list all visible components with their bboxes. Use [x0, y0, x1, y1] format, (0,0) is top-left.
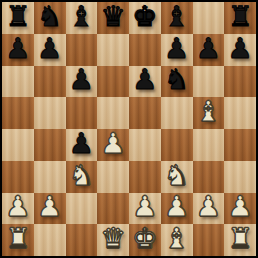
square-a4[interactable] [2, 129, 34, 161]
black-knight-icon[interactable]: ♞ [37, 3, 62, 31]
square-h2[interactable]: ♟ [224, 193, 256, 225]
square-c5[interactable] [66, 97, 98, 129]
square-e7[interactable] [129, 34, 161, 66]
square-f6[interactable]: ♞ [161, 66, 193, 98]
square-g1[interactable] [193, 224, 225, 256]
square-e5[interactable] [129, 97, 161, 129]
square-f7[interactable]: ♟ [161, 34, 193, 66]
black-bishop-icon[interactable]: ♝ [69, 3, 94, 31]
black-king-icon[interactable]: ♚ [132, 3, 157, 31]
black-pawn-icon[interactable]: ♟ [228, 35, 253, 63]
square-d6[interactable] [97, 66, 129, 98]
black-pawn-icon[interactable]: ♟ [5, 35, 30, 63]
square-a2[interactable]: ♟ [2, 193, 34, 225]
black-pawn-icon[interactable]: ♟ [69, 66, 94, 94]
white-king-icon[interactable]: ♚ [132, 225, 157, 253]
white-pawn-icon[interactable]: ♟ [132, 193, 157, 221]
black-pawn-icon[interactable]: ♟ [164, 35, 189, 63]
square-b5[interactable] [34, 97, 66, 129]
white-pawn-icon[interactable]: ♟ [101, 130, 126, 158]
white-bishop-icon[interactable]: ♝ [164, 225, 189, 253]
square-g2[interactable]: ♟ [193, 193, 225, 225]
white-rook-icon[interactable]: ♜ [228, 225, 253, 253]
square-g8[interactable] [193, 2, 225, 34]
square-a8[interactable]: ♜ [2, 2, 34, 34]
square-c8[interactable]: ♝ [66, 2, 98, 34]
square-h5[interactable] [224, 97, 256, 129]
square-h4[interactable] [224, 129, 256, 161]
square-d2[interactable] [97, 193, 129, 225]
square-b3[interactable] [34, 161, 66, 193]
square-c7[interactable] [66, 34, 98, 66]
square-h1[interactable]: ♜ [224, 224, 256, 256]
square-g4[interactable] [193, 129, 225, 161]
square-f3[interactable]: ♞ [161, 161, 193, 193]
square-f8[interactable]: ♝ [161, 2, 193, 34]
square-h8[interactable]: ♜ [224, 2, 256, 34]
square-a1[interactable]: ♜ [2, 224, 34, 256]
white-bishop-icon[interactable]: ♝ [196, 98, 221, 126]
square-c6[interactable]: ♟ [66, 66, 98, 98]
black-pawn-icon[interactable]: ♟ [196, 35, 221, 63]
square-b7[interactable]: ♟ [34, 34, 66, 66]
square-h7[interactable]: ♟ [224, 34, 256, 66]
black-rook-icon[interactable]: ♜ [5, 3, 30, 31]
square-g6[interactable] [193, 66, 225, 98]
square-a3[interactable] [2, 161, 34, 193]
square-e1[interactable]: ♚ [129, 224, 161, 256]
square-e4[interactable] [129, 129, 161, 161]
square-a7[interactable]: ♟ [2, 34, 34, 66]
white-pawn-icon[interactable]: ♟ [164, 193, 189, 221]
white-queen-icon[interactable]: ♛ [101, 225, 126, 253]
chess-board: ♜♞♝♛♚♝♜♟♟♟♟♟♟♟♞♝♟♟♞♞♟♟♟♟♟♟♜♛♚♝♜ [2, 2, 256, 256]
square-d8[interactable]: ♛ [97, 2, 129, 34]
square-c1[interactable] [66, 224, 98, 256]
square-h6[interactable] [224, 66, 256, 98]
white-pawn-icon[interactable]: ♟ [37, 193, 62, 221]
square-b4[interactable] [34, 129, 66, 161]
white-knight-icon[interactable]: ♞ [164, 162, 189, 190]
square-c3[interactable]: ♞ [66, 161, 98, 193]
square-b8[interactable]: ♞ [34, 2, 66, 34]
white-rook-icon[interactable]: ♜ [5, 225, 30, 253]
black-pawn-icon[interactable]: ♟ [132, 66, 157, 94]
square-e3[interactable] [129, 161, 161, 193]
square-f1[interactable]: ♝ [161, 224, 193, 256]
square-f5[interactable] [161, 97, 193, 129]
square-c2[interactable] [66, 193, 98, 225]
black-knight-icon[interactable]: ♞ [164, 66, 189, 94]
square-a6[interactable] [2, 66, 34, 98]
square-b1[interactable] [34, 224, 66, 256]
square-d7[interactable] [97, 34, 129, 66]
white-pawn-icon[interactable]: ♟ [5, 193, 30, 221]
chess-board-frame: ♜♞♝♛♚♝♜♟♟♟♟♟♟♟♞♝♟♟♞♞♟♟♟♟♟♟♜♛♚♝♜ [0, 0, 258, 258]
white-pawn-icon[interactable]: ♟ [196, 193, 221, 221]
black-queen-icon[interactable]: ♛ [101, 3, 126, 31]
white-pawn-icon[interactable]: ♟ [228, 193, 253, 221]
square-d1[interactable]: ♛ [97, 224, 129, 256]
square-b2[interactable]: ♟ [34, 193, 66, 225]
square-d5[interactable] [97, 97, 129, 129]
square-f2[interactable]: ♟ [161, 193, 193, 225]
square-a5[interactable] [2, 97, 34, 129]
square-e8[interactable]: ♚ [129, 2, 161, 34]
square-g7[interactable]: ♟ [193, 34, 225, 66]
square-e6[interactable]: ♟ [129, 66, 161, 98]
black-pawn-icon[interactable]: ♟ [69, 130, 94, 158]
square-h3[interactable] [224, 161, 256, 193]
square-g3[interactable] [193, 161, 225, 193]
square-g5[interactable]: ♝ [193, 97, 225, 129]
white-knight-icon[interactable]: ♞ [69, 162, 94, 190]
square-f4[interactable] [161, 129, 193, 161]
black-pawn-icon[interactable]: ♟ [37, 35, 62, 63]
square-e2[interactable]: ♟ [129, 193, 161, 225]
square-d4[interactable]: ♟ [97, 129, 129, 161]
square-d3[interactable] [97, 161, 129, 193]
square-b6[interactable] [34, 66, 66, 98]
black-bishop-icon[interactable]: ♝ [164, 3, 189, 31]
square-c4[interactable]: ♟ [66, 129, 98, 161]
black-rook-icon[interactable]: ♜ [228, 3, 253, 31]
